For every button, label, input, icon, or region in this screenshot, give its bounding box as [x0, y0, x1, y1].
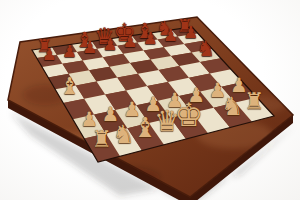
product-photo-scene: ♜♝♛♚♝♞♜♟♟♟♟♟♟♟♟♞♝♟♟♟♟♟♟♟♟♜♞♝♛♚♞♜: [0, 0, 300, 200]
chess-board: [0, 0, 300, 200]
